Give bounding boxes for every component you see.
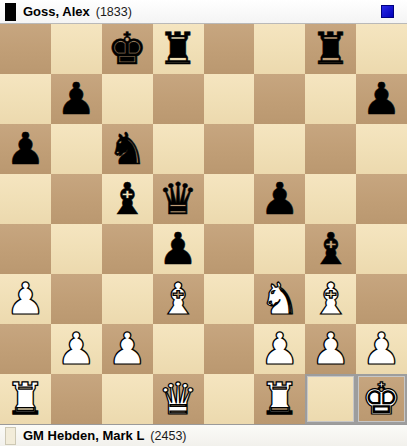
square-b7[interactable]: ♟	[51, 74, 102, 124]
white-bishop-g3[interactable]: ♝	[311, 274, 350, 324]
square-c6[interactable]: ♞	[102, 124, 153, 174]
square-e2[interactable]	[204, 324, 255, 374]
square-e1[interactable]	[204, 374, 255, 424]
square-d1[interactable]: ♛	[153, 374, 204, 424]
square-b5[interactable]	[51, 174, 102, 224]
white-player-color-icon	[5, 427, 16, 445]
black-pawn-d4[interactable]: ♟	[158, 224, 197, 274]
square-a5[interactable]	[0, 174, 51, 224]
square-c1[interactable]	[102, 374, 153, 424]
square-f6[interactable]	[254, 124, 305, 174]
black-player-color-icon	[5, 3, 16, 21]
square-g8[interactable]: ♜	[305, 24, 356, 74]
square-g5[interactable]	[305, 174, 356, 224]
square-a4[interactable]	[0, 224, 51, 274]
black-queen-d5[interactable]: ♛	[158, 174, 197, 224]
chess-board[interactable]: ♚♜♜♟♟♟♞♝♛♟♟♝♟♝♞♝♟♟♟♟♟♜♛♜♚	[0, 24, 407, 424]
square-f8[interactable]	[254, 24, 305, 74]
white-rook-f1[interactable]: ♜	[260, 374, 299, 424]
move-indicator-icon	[381, 5, 394, 18]
square-f3[interactable]: ♞	[254, 274, 305, 324]
square-a8[interactable]	[0, 24, 51, 74]
square-h1[interactable]: ♚	[356, 374, 407, 424]
square-h5[interactable]	[356, 174, 407, 224]
square-h8[interactable]	[356, 24, 407, 74]
chess-app-window: Goss, Alex (1833) ♚♜♜♟♟♟♞♝♛♟♟♝♟♝♞♝♟♟♟♟♟♜…	[0, 0, 407, 446]
square-h4[interactable]	[356, 224, 407, 274]
square-e8[interactable]	[204, 24, 255, 74]
square-a2[interactable]	[0, 324, 51, 374]
square-b4[interactable]	[51, 224, 102, 274]
white-pawn-h2[interactable]: ♟	[362, 324, 401, 374]
square-a6[interactable]: ♟	[0, 124, 51, 174]
square-b3[interactable]	[51, 274, 102, 324]
square-f5[interactable]: ♟	[254, 174, 305, 224]
black-rook-g8[interactable]: ♜	[311, 24, 350, 74]
white-bishop-d3[interactable]: ♝	[158, 274, 197, 324]
square-g7[interactable]	[305, 74, 356, 124]
square-h2[interactable]: ♟	[356, 324, 407, 374]
square-g2[interactable]: ♟	[305, 324, 356, 374]
square-b8[interactable]	[51, 24, 102, 74]
square-c5[interactable]: ♝	[102, 174, 153, 224]
square-e4[interactable]	[204, 224, 255, 274]
square-e6[interactable]	[204, 124, 255, 174]
black-pawn-a6[interactable]: ♟	[6, 124, 45, 174]
square-c7[interactable]	[102, 74, 153, 124]
square-c3[interactable]	[102, 274, 153, 324]
white-pawn-a3[interactable]: ♟	[6, 274, 45, 324]
white-pawn-f2[interactable]: ♟	[260, 324, 299, 374]
bottom-player-rating: (2453)	[150, 429, 186, 443]
square-g3[interactable]: ♝	[305, 274, 356, 324]
square-d8[interactable]: ♜	[153, 24, 204, 74]
black-bishop-g4[interactable]: ♝	[311, 224, 350, 274]
white-king-h1[interactable]: ♚	[362, 374, 401, 424]
black-pawn-f5[interactable]: ♟	[260, 174, 299, 224]
white-rook-a1[interactable]: ♜	[6, 374, 45, 424]
square-g4[interactable]: ♝	[305, 224, 356, 274]
square-d3[interactable]: ♝	[153, 274, 204, 324]
square-c4[interactable]	[102, 224, 153, 274]
top-player-name: Goss, Alex	[23, 4, 90, 19]
square-d6[interactable]	[153, 124, 204, 174]
square-a7[interactable]	[0, 74, 51, 124]
square-a3[interactable]: ♟	[0, 274, 51, 324]
square-f4[interactable]	[254, 224, 305, 274]
top-player-rating: (1833)	[96, 5, 132, 19]
square-f2[interactable]: ♟	[254, 324, 305, 374]
square-h6[interactable]	[356, 124, 407, 174]
bottom-player-name: GM Hebden, Mark L	[23, 428, 144, 443]
black-pawn-h7[interactable]: ♟	[362, 74, 401, 124]
square-a1[interactable]: ♜	[0, 374, 51, 424]
square-f1[interactable]: ♜	[254, 374, 305, 424]
white-pawn-c2[interactable]: ♟	[107, 324, 146, 374]
square-e5[interactable]	[204, 174, 255, 224]
square-g6[interactable]	[305, 124, 356, 174]
white-pawn-g2[interactable]: ♟	[311, 324, 350, 374]
square-c8[interactable]: ♚	[102, 24, 153, 74]
black-king-c8[interactable]: ♚	[107, 24, 146, 74]
black-knight-c6[interactable]: ♞	[107, 124, 146, 174]
top-player-bar: Goss, Alex (1833)	[0, 0, 407, 24]
square-h3[interactable]	[356, 274, 407, 324]
white-queen-d1[interactable]: ♛	[158, 374, 197, 424]
black-rook-d8[interactable]: ♜	[158, 24, 197, 74]
square-b2[interactable]: ♟	[51, 324, 102, 374]
square-e3[interactable]	[204, 274, 255, 324]
square-d5[interactable]: ♛	[153, 174, 204, 224]
bottom-player-bar: GM Hebden, Mark L (2453)	[0, 424, 407, 446]
black-pawn-b7[interactable]: ♟	[57, 74, 96, 124]
square-e7[interactable]	[204, 74, 255, 124]
black-bishop-c5[interactable]: ♝	[107, 174, 146, 224]
square-h7[interactable]: ♟	[356, 74, 407, 124]
square-f7[interactable]	[254, 74, 305, 124]
square-b6[interactable]	[51, 124, 102, 174]
square-b1[interactable]	[51, 374, 102, 424]
square-d4[interactable]: ♟	[153, 224, 204, 274]
square-d7[interactable]	[153, 74, 204, 124]
square-c2[interactable]: ♟	[102, 324, 153, 374]
square-d2[interactable]	[153, 324, 204, 374]
white-knight-f3[interactable]: ♞	[260, 274, 299, 324]
square-g1[interactable]	[305, 374, 356, 424]
white-pawn-b2[interactable]: ♟	[57, 324, 96, 374]
